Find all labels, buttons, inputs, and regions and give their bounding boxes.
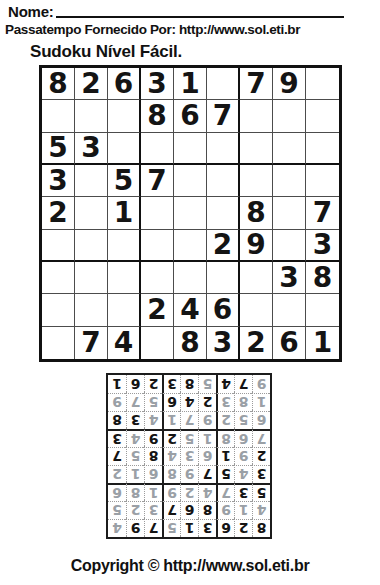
copyright-text: Copyright © http://www.sol.eti.br bbox=[0, 557, 380, 575]
solution-cell: 6 bbox=[198, 447, 216, 465]
puzzle-cell bbox=[174, 230, 207, 262]
solution-cell: 4 bbox=[198, 483, 216, 501]
solution-cell: 3 bbox=[108, 429, 126, 447]
solution-cell: 1 bbox=[144, 483, 162, 501]
solution-cell: 7 bbox=[144, 519, 162, 537]
solution-cell: 8 bbox=[252, 519, 270, 537]
puzzle-cell bbox=[207, 133, 240, 165]
puzzle-cell bbox=[174, 133, 207, 165]
solution-cell: 7 bbox=[108, 447, 126, 465]
puzzle-cell bbox=[75, 100, 108, 132]
puzzle-cell: 2 bbox=[207, 230, 240, 262]
solution-cell: 5 bbox=[144, 393, 162, 411]
puzzle-cell: 8 bbox=[240, 197, 273, 229]
puzzle-cell: 3 bbox=[42, 165, 75, 197]
solution-cell: 6 bbox=[216, 519, 234, 537]
solution-cell: 2 bbox=[126, 501, 144, 519]
name-row: Nome: bbox=[8, 3, 344, 20]
puzzle-cell: 5 bbox=[108, 165, 141, 197]
puzzle-cell bbox=[141, 327, 174, 359]
page-title: Sudoku Nível Fácil. bbox=[30, 42, 182, 62]
puzzle-cell bbox=[141, 230, 174, 262]
solution-cell: 9 bbox=[180, 465, 198, 483]
puzzle-cell bbox=[240, 133, 273, 165]
solution-cell: 8 bbox=[180, 375, 198, 393]
solution-cell: 6 bbox=[162, 393, 180, 411]
solution-cell: 6 bbox=[180, 501, 198, 519]
puzzle-cell bbox=[108, 100, 141, 132]
solution-cell: 8 bbox=[126, 483, 144, 501]
solution-cell: 6 bbox=[234, 429, 252, 447]
puzzle-cell: 1 bbox=[306, 327, 339, 359]
solution-cell: 3 bbox=[180, 447, 198, 465]
puzzle-cell bbox=[141, 133, 174, 165]
solution-cell: 6 bbox=[144, 465, 162, 483]
solution-cell: 7 bbox=[126, 393, 144, 411]
puzzle-cell bbox=[42, 294, 75, 326]
puzzle-cell bbox=[273, 294, 306, 326]
provider-line: Passatempo Fornecido Por: http://www.sol… bbox=[5, 22, 378, 37]
solution-cell: 3 bbox=[126, 411, 144, 429]
solution-cell: 5 bbox=[252, 483, 270, 501]
puzzle-cell bbox=[141, 262, 174, 294]
solution-cell: 5 bbox=[126, 447, 144, 465]
puzzle-cell: 3 bbox=[141, 68, 174, 100]
puzzle-cell bbox=[42, 327, 75, 359]
solution-cell: 2 bbox=[144, 375, 162, 393]
solution-cell: 8 bbox=[234, 393, 252, 411]
puzzle-cell bbox=[207, 165, 240, 197]
solution-cell: 3 bbox=[162, 375, 180, 393]
solution-cell: 4 bbox=[126, 429, 144, 447]
sudoku-solution-grid-rotated: 8263157944198673255374291863457986122916… bbox=[106, 373, 272, 539]
puzzle-cell: 8 bbox=[306, 262, 339, 294]
puzzle-cell: 3 bbox=[306, 230, 339, 262]
solution-cell: 7 bbox=[162, 501, 180, 519]
solution-cell: 9 bbox=[252, 375, 270, 393]
puzzle-cell bbox=[240, 100, 273, 132]
solution-cell: 2 bbox=[180, 483, 198, 501]
solution-cell: 2 bbox=[234, 519, 252, 537]
puzzle-cell bbox=[75, 165, 108, 197]
solution-cell: 1 bbox=[108, 375, 126, 393]
solution-cell: 9 bbox=[108, 393, 126, 411]
solution-cell: 1 bbox=[162, 411, 180, 429]
puzzle-cell: 3 bbox=[207, 327, 240, 359]
solution-cell: 5 bbox=[216, 465, 234, 483]
puzzle-cell: 9 bbox=[273, 68, 306, 100]
puzzle-cell: 6 bbox=[108, 68, 141, 100]
solution-cell: 9 bbox=[162, 483, 180, 501]
puzzle-cell bbox=[42, 262, 75, 294]
puzzle-cell bbox=[141, 197, 174, 229]
solution-cell: 3 bbox=[216, 393, 234, 411]
solution-cell: 4 bbox=[180, 393, 198, 411]
puzzle-cell: 4 bbox=[108, 327, 141, 359]
puzzle-cell bbox=[174, 262, 207, 294]
puzzle-cell bbox=[75, 197, 108, 229]
puzzle-cell: 7 bbox=[306, 197, 339, 229]
solution-cell: 7 bbox=[198, 465, 216, 483]
puzzle-cell: 3 bbox=[273, 262, 306, 294]
puzzle-cell: 7 bbox=[207, 100, 240, 132]
solution-cell: 3 bbox=[144, 501, 162, 519]
puzzle-cell bbox=[306, 165, 339, 197]
solution-cell: 2 bbox=[108, 465, 126, 483]
name-label: Nome: bbox=[8, 3, 54, 20]
solution-cell: 6 bbox=[126, 375, 144, 393]
puzzle-cell bbox=[75, 262, 108, 294]
solution-cell: 7 bbox=[234, 375, 252, 393]
solution-cell: 5 bbox=[108, 501, 126, 519]
puzzle-cell: 3 bbox=[75, 133, 108, 165]
solution-cell: 1 bbox=[180, 519, 198, 537]
puzzle-cell: 7 bbox=[75, 327, 108, 359]
solution-cell: 2 bbox=[216, 411, 234, 429]
solution-cell: 3 bbox=[198, 519, 216, 537]
solution-cell: 9 bbox=[126, 519, 144, 537]
puzzle-cell bbox=[75, 230, 108, 262]
solution-cell: 4 bbox=[144, 411, 162, 429]
puzzle-cell: 6 bbox=[207, 294, 240, 326]
solution-cell: 4 bbox=[108, 519, 126, 537]
puzzle-cell bbox=[207, 262, 240, 294]
solution-cell: 7 bbox=[216, 483, 234, 501]
name-blank-line bbox=[56, 16, 344, 18]
solution-cell: 2 bbox=[252, 447, 270, 465]
solution-cell: 5 bbox=[162, 519, 180, 537]
solution-cell: 9 bbox=[144, 429, 162, 447]
puzzle-cell bbox=[174, 165, 207, 197]
puzzle-cell: 2 bbox=[141, 294, 174, 326]
solution-cell: 9 bbox=[216, 501, 234, 519]
solution-cell: 8 bbox=[162, 465, 180, 483]
puzzle-cell bbox=[42, 100, 75, 132]
puzzle-cell: 5 bbox=[42, 133, 75, 165]
puzzle-cell: 7 bbox=[141, 165, 174, 197]
puzzle-cell bbox=[108, 230, 141, 262]
solution-cell: 1 bbox=[198, 429, 216, 447]
puzzle-cell bbox=[108, 262, 141, 294]
puzzle-cell bbox=[240, 165, 273, 197]
puzzle-cell: 1 bbox=[108, 197, 141, 229]
solution-cell: 1 bbox=[234, 501, 252, 519]
puzzle-cell bbox=[174, 197, 207, 229]
puzzle-cell: 7 bbox=[240, 68, 273, 100]
solution-cell: 3 bbox=[234, 483, 252, 501]
solution-cell: 5 bbox=[198, 375, 216, 393]
solution-cell: 1 bbox=[126, 465, 144, 483]
puzzle-cell bbox=[273, 100, 306, 132]
solution-cell: 5 bbox=[180, 429, 198, 447]
puzzle-cell: 6 bbox=[174, 100, 207, 132]
puzzle-cell: 2 bbox=[42, 197, 75, 229]
solution-cell: 6 bbox=[108, 483, 126, 501]
puzzle-cell bbox=[306, 294, 339, 326]
solution-cell: 2 bbox=[198, 393, 216, 411]
puzzle-cell bbox=[240, 262, 273, 294]
sudoku-puzzle-grid: 8263179867533572187293382467483261 bbox=[39, 65, 342, 362]
solution-cell: 9 bbox=[234, 447, 252, 465]
puzzle-cell bbox=[108, 294, 141, 326]
puzzle-cell: 8 bbox=[174, 327, 207, 359]
solution-cell: 4 bbox=[216, 375, 234, 393]
solution-cell: 8 bbox=[198, 501, 216, 519]
puzzle-cell: 9 bbox=[240, 230, 273, 262]
puzzle-cell: 1 bbox=[174, 68, 207, 100]
puzzle-cell: 2 bbox=[75, 68, 108, 100]
solution-cell: 5 bbox=[234, 411, 252, 429]
solution-cell: 1 bbox=[216, 447, 234, 465]
solution-cell: 4 bbox=[234, 465, 252, 483]
puzzle-cell bbox=[42, 230, 75, 262]
puzzle-cell: 4 bbox=[174, 294, 207, 326]
solution-cell: 2 bbox=[162, 429, 180, 447]
puzzle-cell bbox=[75, 294, 108, 326]
solution-cell: 1 bbox=[252, 393, 270, 411]
solution-cell: 8 bbox=[108, 411, 126, 429]
puzzle-cell bbox=[108, 133, 141, 165]
puzzle-cell bbox=[207, 197, 240, 229]
puzzle-cell bbox=[273, 133, 306, 165]
puzzle-cell bbox=[306, 68, 339, 100]
solution-cell: 4 bbox=[162, 447, 180, 465]
solution-cell: 6 bbox=[252, 411, 270, 429]
puzzle-cell bbox=[306, 133, 339, 165]
solution-cell: 8 bbox=[216, 429, 234, 447]
solution-cell: 7 bbox=[252, 429, 270, 447]
puzzle-cell: 2 bbox=[240, 327, 273, 359]
solution-cell: 9 bbox=[198, 411, 216, 429]
puzzle-cell bbox=[273, 165, 306, 197]
puzzle-cell bbox=[240, 294, 273, 326]
solution-cell: 4 bbox=[252, 501, 270, 519]
puzzle-cell bbox=[306, 100, 339, 132]
puzzle-cell bbox=[207, 68, 240, 100]
solution-cell: 7 bbox=[180, 411, 198, 429]
puzzle-cell: 8 bbox=[141, 100, 174, 132]
puzzle-cell bbox=[273, 197, 306, 229]
puzzle-cell bbox=[273, 230, 306, 262]
puzzle-cell: 8 bbox=[42, 68, 75, 100]
solution-cell: 3 bbox=[252, 465, 270, 483]
puzzle-cell: 6 bbox=[273, 327, 306, 359]
solution-cell: 8 bbox=[144, 447, 162, 465]
